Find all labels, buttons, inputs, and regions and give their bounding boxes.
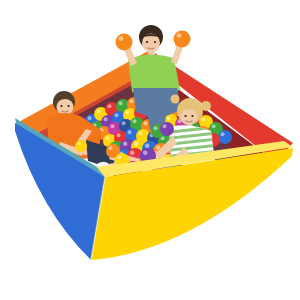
ball-highlight [128, 130, 132, 134]
ball-highlight [130, 99, 134, 103]
ball-highlight [143, 151, 147, 155]
ball-highlight [144, 121, 148, 125]
ball-highlight [119, 101, 123, 105]
boy-green-eye [154, 41, 156, 43]
ball-pit-scene [0, 0, 300, 300]
ball-highlight [163, 124, 167, 128]
ball-highlight [126, 110, 130, 114]
ball-highlight [221, 132, 225, 136]
boy-green-eye [146, 41, 148, 43]
ball-highlight [88, 116, 92, 120]
ball-highlight [123, 142, 127, 146]
boy-green-forearm [171, 45, 183, 64]
ball-yellow [75, 140, 87, 152]
boy-orange-eye [67, 105, 69, 107]
ball-highlight [108, 104, 112, 108]
ball-highlight [177, 33, 182, 38]
ball-highlight [115, 113, 119, 117]
ball-highlight [133, 119, 137, 123]
ball-highlight [77, 142, 80, 145]
girl-pigtail [171, 95, 180, 104]
ball-highlight [117, 133, 121, 137]
ball-highlight [97, 109, 101, 113]
girl-eye [184, 115, 186, 117]
ball-orange [174, 31, 191, 48]
ball-highlight [118, 155, 122, 159]
girl-eye [191, 115, 193, 117]
ball-orange [116, 34, 133, 51]
ball-highlight [202, 117, 206, 121]
ball-blue [218, 130, 232, 144]
boy-orange-eye [60, 105, 62, 107]
ball-highlight [130, 151, 134, 155]
ball-highlight [167, 116, 171, 120]
ball-highlight [104, 117, 108, 121]
ball-purple [160, 122, 174, 136]
ball-highlight [154, 126, 158, 130]
ball-highlight [111, 124, 115, 128]
ball-highlight [139, 131, 143, 135]
ball-highlight [109, 146, 113, 150]
ball-highlight [145, 144, 149, 148]
ball-highlight [106, 136, 110, 140]
ball-highlight [119, 36, 124, 41]
ball-highlight [122, 121, 126, 125]
ball-highlight [134, 142, 138, 146]
ball-highlight [212, 124, 216, 128]
ball-pit-product-photo [0, 0, 300, 300]
